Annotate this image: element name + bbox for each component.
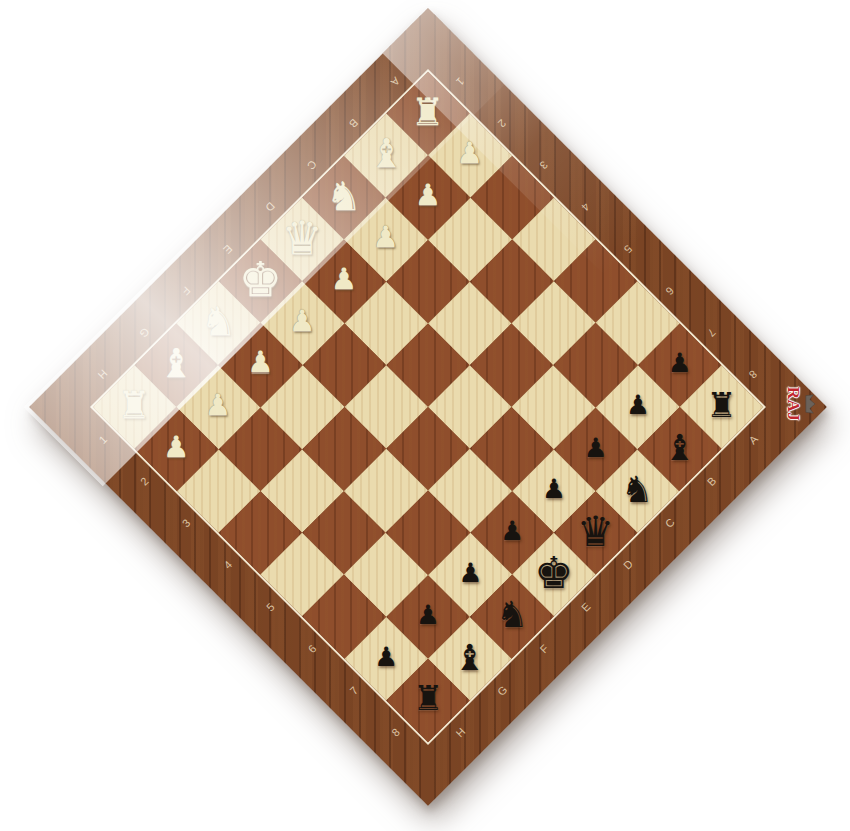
rank-label-sw-5: 5: [259, 596, 282, 619]
raj-logo: RAJ: [775, 376, 825, 432]
board-frame: ♜♟♟♜♝♟♟♝♞♟♟♞♛♟♟♛♚♟♟♚♞♟♟♞♝♟♟♝♜♟♟♜ AA11BB2…: [29, 8, 827, 806]
rank-label-sw-3: 3: [175, 512, 198, 535]
crown-icon: [805, 394, 817, 414]
rank-label-sw-4: 4: [217, 554, 240, 577]
board-grid: ♜♟♟♜♝♟♟♝♞♟♟♞♛♟♟♛♚♟♟♚♞♟♟♞♝♟♟♝♜♟♟♜: [90, 69, 766, 745]
rank-label-ne-3: 3: [533, 154, 556, 177]
white-pawn-h2[interactable]: ♟: [146, 416, 208, 478]
rank-label-ne-4: 4: [575, 196, 598, 219]
rank-label-ne-6: 6: [658, 280, 681, 303]
board-rotated-45: ♜♟♟♜♝♟♟♝♞♟♟♞♛♟♟♛♚♟♟♚♞♟♟♞♝♟♟♝♜♟♟♜ AA11BB2…: [29, 8, 827, 806]
rank-label-ne-5: 5: [617, 238, 640, 261]
chessboard-photo: ♜♟♟♜♝♟♟♝♞♟♟♞♛♟♟♛♚♟♟♚♞♟♟♞♝♟♟♝♜♟♟♜ AA11BB2…: [0, 0, 850, 831]
black-rook-h8[interactable]: ♜: [400, 670, 456, 726]
rank-label-sw-6: 6: [301, 637, 324, 660]
brand-name: RAJ: [784, 387, 804, 422]
